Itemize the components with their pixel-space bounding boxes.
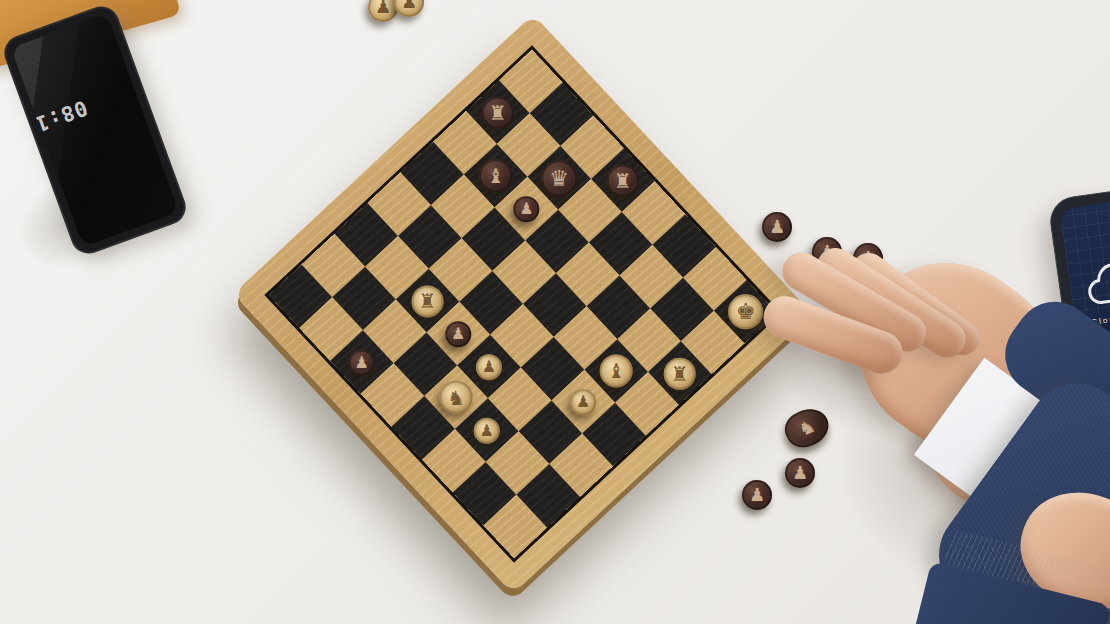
- piece-black-rook-d8[interactable]: ♜: [607, 164, 639, 196]
- piece-black-pawn-c6[interactable]: ♟: [513, 196, 539, 222]
- pawn-glyph: ♟: [519, 201, 533, 217]
- piece-black-pawn-d3[interactable]: ♟: [445, 321, 471, 347]
- offboard-light-pawn[interactable]: ♟: [394, 0, 424, 17]
- board-grid: ♜♚♜♛♝♟♜♝♟♜♟♟♞♟♟: [269, 50, 778, 559]
- screen-reflection: [11, 13, 179, 247]
- rook-glyph: ♜: [614, 170, 632, 190]
- pawn-glyph: ♟: [792, 464, 808, 482]
- pawn-glyph: ♟: [451, 326, 465, 342]
- piece-white-knight-e2[interactable]: ♞: [440, 381, 473, 414]
- knight-glyph: ♞: [796, 416, 818, 439]
- pawn-glyph: ♟: [749, 486, 765, 504]
- offboard-light-pawn[interactable]: ♟: [368, 0, 398, 22]
- piece-white-bishop-g5[interactable]: ♝: [600, 354, 633, 387]
- piece-black-pawn-c1[interactable]: ♟: [349, 349, 375, 375]
- board-playfield: ♜♚♜♛♝♟♜♝♟♜♟♟♞♟♟: [269, 50, 778, 559]
- rook-glyph: ♜: [671, 363, 689, 383]
- piece-white-pawn-g4[interactable]: ♟: [570, 389, 596, 415]
- pawn-glyph: ♟: [576, 394, 590, 410]
- phone-screen: ·08:15: [11, 13, 179, 247]
- bishop-glyph: ♝: [607, 361, 625, 381]
- pawn-glyph: ♟: [401, 0, 417, 11]
- smartphone: ·08:15: [0, 1, 191, 258]
- pawn-glyph: ♟: [482, 358, 496, 374]
- offboard-dark-pawn[interactable]: ♟: [742, 480, 772, 510]
- offboard-dark-pawn[interactable]: ♟: [785, 458, 815, 488]
- piece-black-bishop-b6[interactable]: ♝: [479, 159, 512, 192]
- chess-board: ♜♚♜♛♝♟♜♝♟♜♟♟♞♟♟: [233, 14, 812, 593]
- queen-glyph: ♛: [549, 167, 569, 189]
- piece-white-rook-h6[interactable]: ♜: [664, 357, 696, 389]
- bishop-glyph: ♝: [487, 166, 505, 186]
- photo-scene: ·08:15 ♜♚♜♛♝♟♜♝♟♜♟♟♞♟♟ ♟♟♟♟♟♞♟♟ Cloud: [0, 0, 1110, 624]
- rook-glyph: ♜: [489, 102, 507, 122]
- pawn-glyph: ♟: [769, 218, 785, 236]
- pawn-glyph: ♟: [355, 354, 369, 370]
- rook-glyph: ♜: [419, 291, 437, 311]
- knight-glyph: ♞: [447, 387, 465, 407]
- piece-white-king-h8[interactable]: ♚: [728, 294, 763, 329]
- piece-white-rook-c3[interactable]: ♜: [412, 285, 444, 317]
- offboard-dark-knight[interactable]: ♞: [779, 402, 834, 453]
- piece-white-pawn-f2[interactable]: ♟: [474, 417, 500, 443]
- piece-black-queen-c7[interactable]: ♛: [541, 160, 577, 196]
- pawn-glyph: ♟: [375, 0, 391, 16]
- offboard-dark-pawn[interactable]: ♟: [762, 212, 792, 242]
- king-glyph: ♚: [736, 301, 756, 323]
- pawn-glyph: ♟: [480, 422, 494, 438]
- piece-black-rook-a7[interactable]: ♜: [482, 96, 514, 128]
- piece-white-pawn-e3[interactable]: ♟: [476, 353, 502, 379]
